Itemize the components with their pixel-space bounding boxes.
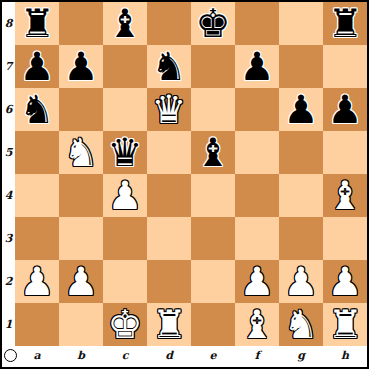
square-b4[interactable] bbox=[59, 174, 103, 217]
square-c2[interactable] bbox=[103, 260, 147, 303]
rank-label-3: 3 bbox=[2, 217, 15, 260]
rank-label-6: 6 bbox=[2, 88, 15, 131]
square-g6[interactable]: ♟ bbox=[279, 88, 323, 131]
piece-black-pawn-f7: ♟ bbox=[240, 47, 275, 86]
file-label-b: b bbox=[59, 346, 103, 367]
square-a2[interactable]: ♟ bbox=[15, 260, 59, 303]
square-g5[interactable] bbox=[279, 131, 323, 174]
file-label-h: h bbox=[323, 346, 367, 367]
square-d2[interactable] bbox=[147, 260, 191, 303]
piece-white-rook-h1: ♜ bbox=[328, 305, 363, 344]
piece-white-queen-d6: ♛ bbox=[152, 90, 187, 129]
square-d5[interactable] bbox=[147, 131, 191, 174]
piece-black-queen-c5: ♛ bbox=[108, 133, 143, 172]
square-d1[interactable]: ♜ bbox=[147, 303, 191, 346]
file-label-f: f bbox=[235, 346, 279, 367]
square-d4[interactable] bbox=[147, 174, 191, 217]
square-c1[interactable]: ♚ bbox=[103, 303, 147, 346]
square-e2[interactable] bbox=[191, 260, 235, 303]
file-label-d: d bbox=[147, 346, 191, 367]
square-f1[interactable]: ♝ bbox=[235, 303, 279, 346]
square-b7[interactable]: ♟ bbox=[59, 45, 103, 88]
square-b5[interactable]: ♞ bbox=[59, 131, 103, 174]
square-c7[interactable] bbox=[103, 45, 147, 88]
square-a7[interactable]: ♟ bbox=[15, 45, 59, 88]
square-a1[interactable] bbox=[15, 303, 59, 346]
rank-label-5: 5 bbox=[2, 131, 15, 174]
square-a3[interactable] bbox=[15, 217, 59, 260]
square-h2[interactable]: ♟ bbox=[323, 260, 367, 303]
square-g1[interactable]: ♞ bbox=[279, 303, 323, 346]
piece-white-pawn-f2: ♟ bbox=[240, 262, 275, 301]
square-h1[interactable]: ♜ bbox=[323, 303, 367, 346]
square-h8[interactable]: ♜ bbox=[323, 2, 367, 45]
piece-black-knight-a6: ♞ bbox=[20, 90, 55, 129]
piece-white-knight-g1: ♞ bbox=[284, 305, 319, 344]
square-f2[interactable]: ♟ bbox=[235, 260, 279, 303]
square-e7[interactable] bbox=[191, 45, 235, 88]
piece-black-knight-d7: ♞ bbox=[152, 47, 187, 86]
file-labels: abcdefgh bbox=[15, 346, 367, 367]
square-c4[interactable]: ♟ bbox=[103, 174, 147, 217]
square-g7[interactable] bbox=[279, 45, 323, 88]
rank-labels: 87654321 bbox=[2, 2, 15, 346]
piece-white-bishop-f1: ♝ bbox=[240, 305, 275, 344]
piece-white-rook-d1: ♜ bbox=[152, 305, 187, 344]
square-h7[interactable] bbox=[323, 45, 367, 88]
square-c8[interactable]: ♝ bbox=[103, 2, 147, 45]
square-d3[interactable] bbox=[147, 217, 191, 260]
piece-white-pawn-c4: ♟ bbox=[108, 176, 143, 215]
piece-white-pawn-g2: ♟ bbox=[284, 262, 319, 301]
chess-diagram: 87654321 ♜♝♚♜♟♟♞♟♞♛♟♟♞♛♝♟♝♟♟♟♟♟♚♜♝♞♜ abc… bbox=[0, 0, 369, 369]
square-e5[interactable]: ♝ bbox=[191, 131, 235, 174]
square-b2[interactable]: ♟ bbox=[59, 260, 103, 303]
square-f5[interactable] bbox=[235, 131, 279, 174]
piece-white-knight-b5: ♞ bbox=[64, 133, 99, 172]
square-h6[interactable]: ♟ bbox=[323, 88, 367, 131]
file-label-g: g bbox=[279, 346, 323, 367]
piece-white-king-c1: ♚ bbox=[108, 305, 143, 344]
square-f6[interactable] bbox=[235, 88, 279, 131]
square-g8[interactable] bbox=[279, 2, 323, 45]
rank-label-7: 7 bbox=[2, 45, 15, 88]
square-a6[interactable]: ♞ bbox=[15, 88, 59, 131]
square-e1[interactable] bbox=[191, 303, 235, 346]
square-a4[interactable] bbox=[15, 174, 59, 217]
square-e3[interactable] bbox=[191, 217, 235, 260]
square-d8[interactable] bbox=[147, 2, 191, 45]
piece-white-pawn-b2: ♟ bbox=[64, 262, 99, 301]
square-g2[interactable]: ♟ bbox=[279, 260, 323, 303]
square-h5[interactable] bbox=[323, 131, 367, 174]
square-b6[interactable] bbox=[59, 88, 103, 131]
square-a8[interactable]: ♜ bbox=[15, 2, 59, 45]
file-label-c: c bbox=[103, 346, 147, 367]
square-b3[interactable] bbox=[59, 217, 103, 260]
square-c3[interactable] bbox=[103, 217, 147, 260]
square-g3[interactable] bbox=[279, 217, 323, 260]
square-d6[interactable]: ♛ bbox=[147, 88, 191, 131]
square-b8[interactable] bbox=[59, 2, 103, 45]
square-e8[interactable]: ♚ bbox=[191, 2, 235, 45]
square-b1[interactable] bbox=[59, 303, 103, 346]
rank-label-4: 4 bbox=[2, 174, 15, 217]
piece-black-king-e8: ♚ bbox=[196, 4, 231, 43]
piece-white-pawn-h2: ♟ bbox=[328, 262, 363, 301]
square-f8[interactable] bbox=[235, 2, 279, 45]
square-f4[interactable] bbox=[235, 174, 279, 217]
square-c5[interactable]: ♛ bbox=[103, 131, 147, 174]
square-d7[interactable]: ♞ bbox=[147, 45, 191, 88]
square-g4[interactable] bbox=[279, 174, 323, 217]
rank-label-8: 8 bbox=[2, 2, 15, 45]
piece-black-bishop-e5: ♝ bbox=[196, 133, 231, 172]
rank-label-1: 1 bbox=[2, 303, 15, 346]
file-label-a: a bbox=[15, 346, 59, 367]
square-a5[interactable] bbox=[15, 131, 59, 174]
piece-black-bishop-c8: ♝ bbox=[108, 4, 143, 43]
square-f7[interactable]: ♟ bbox=[235, 45, 279, 88]
piece-black-pawn-b7: ♟ bbox=[64, 47, 99, 86]
square-c6[interactable] bbox=[103, 88, 147, 131]
file-label-e: e bbox=[191, 346, 235, 367]
piece-black-pawn-a7: ♟ bbox=[20, 47, 55, 86]
piece-black-rook-a8: ♜ bbox=[20, 4, 55, 43]
square-h3[interactable] bbox=[323, 217, 367, 260]
square-f3[interactable] bbox=[235, 217, 279, 260]
piece-black-pawn-g6: ♟ bbox=[284, 90, 319, 129]
square-e6[interactable] bbox=[191, 88, 235, 131]
chess-board: ♜♝♚♜♟♟♞♟♞♛♟♟♞♛♝♟♝♟♟♟♟♟♚♜♝♞♜ bbox=[15, 2, 367, 346]
piece-black-pawn-h6: ♟ bbox=[328, 90, 363, 129]
square-h4[interactable]: ♝ bbox=[323, 174, 367, 217]
rank-label-2: 2 bbox=[2, 260, 15, 303]
piece-white-bishop-h4: ♝ bbox=[328, 176, 363, 215]
square-e4[interactable] bbox=[191, 174, 235, 217]
piece-black-rook-h8: ♜ bbox=[328, 4, 363, 43]
piece-white-pawn-a2: ♟ bbox=[20, 262, 55, 301]
bottom-margin: abcdefgh bbox=[2, 346, 367, 367]
